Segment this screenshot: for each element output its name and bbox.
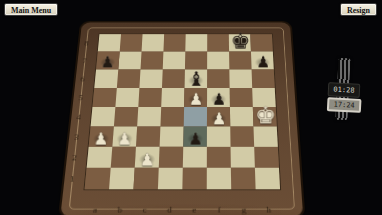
square-g5[interactable] (230, 88, 253, 107)
square-h7[interactable]: ♟ (251, 52, 274, 70)
black-king[interactable]: ♚ (229, 34, 251, 51)
black-pawn-glyph: ♟ (211, 92, 225, 108)
square-f1[interactable] (207, 168, 231, 190)
black-pawn[interactable]: ♟ (207, 88, 230, 107)
square-b5[interactable] (115, 88, 139, 107)
square-c1[interactable] (133, 168, 158, 190)
rank-label-7: 7 (82, 56, 87, 65)
square-d6[interactable] (162, 69, 185, 87)
rank-label-5: 5 (78, 92, 83, 102)
square-a4[interactable] (91, 107, 116, 127)
square-d8[interactable] (163, 34, 185, 51)
rank-label-2: 2 (72, 152, 78, 163)
square-d5[interactable] (161, 88, 184, 107)
rank-label-6: 6 (80, 74, 85, 84)
white-king[interactable]: ♚ (253, 107, 277, 127)
square-g8[interactable]: ♚ (229, 34, 251, 51)
square-d4[interactable] (160, 107, 184, 127)
square-f6[interactable] (207, 69, 230, 87)
square-a5[interactable] (92, 88, 116, 107)
square-c5[interactable] (138, 88, 162, 107)
square-e6[interactable]: ♝ (185, 69, 208, 87)
white-pawn[interactable]: ♟ (112, 127, 137, 147)
white-king-glyph: ♚ (255, 104, 276, 127)
file-label-d: d (157, 204, 182, 215)
square-c7[interactable] (140, 52, 163, 70)
file-label-b: b (107, 204, 133, 215)
white-pawn-glyph: ♟ (93, 131, 108, 147)
white-pawn-glyph: ♟ (117, 131, 132, 147)
rank-label-8: 8 (84, 38, 89, 47)
square-h4[interactable]: ♚ (253, 107, 277, 127)
square-a7[interactable]: ♟ (96, 52, 120, 70)
square-c6[interactable] (139, 69, 162, 87)
square-h6[interactable] (252, 69, 275, 87)
square-f8[interactable] (207, 34, 229, 51)
white-pawn-glyph: ♟ (139, 152, 154, 169)
square-d2[interactable] (159, 147, 183, 168)
file-label-a: a (82, 204, 108, 215)
square-c2[interactable]: ♟ (135, 147, 160, 168)
file-label-f: f (207, 204, 232, 215)
file-label-e: e (182, 204, 207, 215)
black-pawn[interactable]: ♟ (96, 52, 120, 70)
white-pawn[interactable]: ♟ (207, 107, 230, 127)
black-pawn[interactable]: ♟ (251, 52, 274, 70)
square-c3[interactable] (136, 127, 160, 147)
file-label-g: g (231, 204, 256, 215)
square-b7[interactable] (118, 52, 141, 70)
white-pawn[interactable]: ♟ (184, 88, 207, 107)
black-bishop-glyph: ♝ (187, 69, 205, 89)
board-frame: ♚♟♟♝♟♟♟♚♟♟♟♟ abcdefgh 87654321 (60, 22, 303, 215)
square-a2[interactable] (87, 147, 113, 168)
file-label-c: c (132, 204, 157, 215)
chess-board-3d: ♚♟♟♝♟♟♟♚♟♟♟♟ abcdefgh 87654321 (72, 0, 296, 215)
square-a3[interactable]: ♟ (89, 127, 114, 147)
square-d7[interactable] (163, 52, 186, 70)
square-g2[interactable] (231, 147, 255, 168)
white-pawn[interactable]: ♟ (89, 127, 114, 147)
square-b6[interactable] (117, 69, 141, 87)
square-f5[interactable]: ♟ (207, 88, 230, 107)
chess-clock: 01:28 17:24 (326, 57, 359, 120)
square-e2[interactable] (183, 147, 207, 168)
black-pawn[interactable]: ♟ (183, 127, 207, 147)
rank-label-3: 3 (74, 131, 80, 142)
square-e3[interactable]: ♟ (183, 127, 207, 147)
square-b4[interactable] (114, 107, 138, 127)
rank-label-4: 4 (76, 112, 82, 122)
square-f3[interactable] (207, 127, 231, 147)
square-a1[interactable] (85, 168, 111, 190)
square-f7[interactable] (207, 52, 229, 70)
square-a8[interactable] (98, 34, 121, 51)
square-g6[interactable] (229, 69, 252, 87)
rank-label-1: 1 (69, 173, 75, 184)
square-c8[interactable] (142, 34, 165, 51)
white-pawn-glyph: ♟ (211, 111, 226, 127)
square-e1[interactable] (182, 168, 206, 190)
square-h8[interactable] (250, 34, 272, 51)
square-a6[interactable] (94, 69, 118, 87)
square-h3[interactable] (253, 127, 277, 147)
square-b1[interactable] (109, 168, 135, 190)
square-g3[interactable] (230, 127, 254, 147)
file-labels: abcdefgh (82, 204, 281, 215)
square-e4[interactable] (184, 107, 207, 127)
square-h1[interactable] (255, 168, 280, 190)
square-e7[interactable] (185, 52, 207, 70)
square-g7[interactable] (229, 52, 251, 70)
square-f2[interactable] (207, 147, 231, 168)
game-stage: Main Menu Resign ♚♟♟♝♟♟♟♚♟♟♟♟ abcdefgh 8… (0, 0, 382, 215)
black-pawn-glyph: ♟ (256, 55, 270, 70)
black-bishop[interactable]: ♝ (185, 69, 208, 87)
board-squares: ♚♟♟♝♟♟♟♚♟♟♟♟ (85, 34, 280, 189)
square-c4[interactable] (137, 107, 161, 127)
square-g4[interactable] (230, 107, 254, 127)
black-clock-display: 01:28 (328, 82, 361, 98)
white-clock-display: 17:24 (327, 97, 362, 113)
square-h2[interactable] (254, 147, 279, 168)
square-d1[interactable] (158, 168, 183, 190)
square-b8[interactable] (120, 34, 143, 51)
resign-button[interactable]: Resign (340, 3, 377, 16)
black-pawn-glyph: ♟ (100, 55, 114, 70)
main-menu-button[interactable]: Main Menu (4, 3, 58, 16)
file-label-h: h (256, 204, 281, 215)
black-pawn-glyph: ♟ (188, 131, 203, 147)
white-pawn[interactable]: ♟ (135, 147, 160, 168)
square-e5[interactable]: ♟ (184, 88, 207, 107)
square-f4[interactable]: ♟ (207, 107, 230, 127)
square-b3[interactable]: ♟ (112, 127, 137, 147)
square-g1[interactable] (231, 168, 256, 190)
square-d3[interactable] (160, 127, 184, 147)
square-e8[interactable] (185, 34, 207, 51)
square-b2[interactable] (111, 147, 136, 168)
black-king-glyph: ♚ (230, 30, 250, 52)
white-pawn-glyph: ♟ (188, 92, 202, 108)
